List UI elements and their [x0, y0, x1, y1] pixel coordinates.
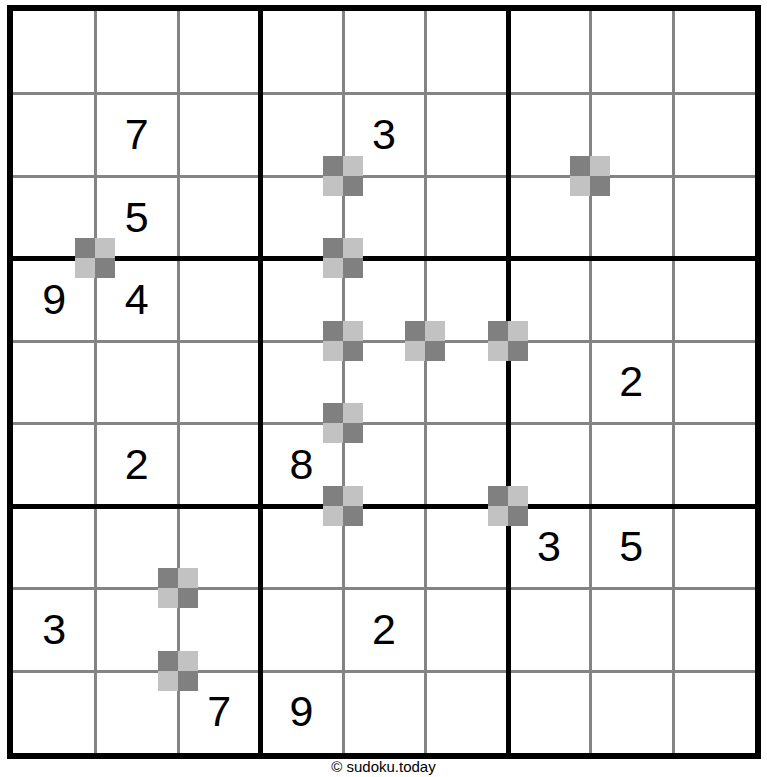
cell-r9c9[interactable] — [673, 671, 755, 753]
cell-r8c4[interactable] — [260, 588, 342, 670]
cell-r7c1[interactable] — [13, 506, 95, 588]
grid-line-vertical — [672, 11, 675, 753]
cell-r6c1[interactable] — [13, 423, 95, 505]
puzzle-page: 73594228353279 © sudoku.today — [0, 0, 767, 777]
grid-line-vertical — [424, 11, 427, 753]
marker-quad-top-left — [323, 238, 343, 258]
cell-r4c8[interactable] — [590, 258, 672, 340]
marker-quad-top-left — [323, 156, 343, 176]
marker-quad-bottom-right — [95, 258, 115, 278]
cell-r1c1[interactable] — [13, 11, 95, 93]
cell-r2c9[interactable] — [673, 93, 755, 175]
marker-quad-bottom-right — [343, 176, 363, 196]
cell-r1c8[interactable] — [590, 11, 672, 93]
cell-r1c9[interactable] — [673, 11, 755, 93]
cell-r3c6[interactable] — [425, 176, 507, 258]
cell-r3c3[interactable] — [178, 176, 260, 258]
marker-quad-bottom-left — [158, 588, 178, 608]
cell-r9c8[interactable] — [590, 671, 672, 753]
grid-line-horizontal — [13, 340, 755, 343]
cell-r5c3[interactable] — [178, 341, 260, 423]
cell-r1c3[interactable] — [178, 11, 260, 93]
marker-quad-top-right — [343, 321, 363, 341]
marker-quad-top-left — [405, 321, 425, 341]
battenburg-marker-r3c4 — [323, 238, 363, 278]
marker-quad-top-right — [95, 238, 115, 258]
marker-quad-top-right — [425, 321, 445, 341]
battenburg-marker-r5c4 — [323, 403, 363, 443]
cell-r7c9[interactable] — [673, 506, 755, 588]
marker-quad-bottom-left — [323, 176, 343, 196]
box-line-horizontal — [13, 256, 755, 261]
marker-quad-top-left — [323, 403, 343, 423]
sudoku-board: 73594228353279 — [7, 5, 761, 759]
cell-r6c9[interactable] — [673, 423, 755, 505]
grid-line-vertical — [342, 11, 345, 753]
marker-quad-top-right — [178, 651, 198, 671]
marker-quad-bottom-left — [488, 341, 508, 361]
cell-r7c8[interactable]: 5 — [590, 506, 672, 588]
marker-quad-bottom-right — [343, 506, 363, 526]
grid-line-horizontal — [13, 670, 755, 673]
battenburg-marker-r4c6 — [488, 321, 528, 361]
marker-quad-top-left — [75, 238, 95, 258]
cell-r5c1[interactable] — [13, 341, 95, 423]
grid-line-horizontal — [13, 92, 755, 95]
battenburg-marker-r6c4 — [323, 486, 363, 526]
grid-line-horizontal — [13, 175, 755, 178]
box-line-vertical — [506, 11, 511, 753]
marker-quad-bottom-right — [178, 671, 198, 691]
marker-quad-bottom-left — [488, 506, 508, 526]
cell-r2c3[interactable] — [178, 93, 260, 175]
cell-r4c9[interactable] — [673, 258, 755, 340]
grid-line-vertical — [589, 11, 592, 753]
battenburg-marker-r2c7 — [570, 156, 610, 196]
marker-quad-bottom-left — [323, 341, 343, 361]
marker-quad-bottom-left — [323, 258, 343, 278]
cell-r1c6[interactable] — [425, 11, 507, 93]
battenburg-marker-r2c4 — [323, 156, 363, 196]
marker-quad-top-right — [343, 486, 363, 506]
battenburg-marker-r7c2 — [158, 568, 198, 608]
cell-r2c2[interactable]: 7 — [95, 93, 177, 175]
battenburg-marker-r8c2 — [158, 651, 198, 691]
cell-r9c6[interactable] — [425, 671, 507, 753]
marker-quad-top-right — [343, 156, 363, 176]
cell-r9c7[interactable] — [508, 671, 590, 753]
marker-quad-bottom-right — [343, 258, 363, 278]
cell-r9c4[interactable]: 9 — [260, 671, 342, 753]
marker-quad-top-left — [158, 651, 178, 671]
marker-quad-top-left — [570, 156, 590, 176]
marker-quad-bottom-left — [323, 506, 343, 526]
cell-r2c1[interactable] — [13, 93, 95, 175]
cell-r6c2[interactable]: 2 — [95, 423, 177, 505]
cell-r6c8[interactable] — [590, 423, 672, 505]
battenburg-marker-r4c5 — [405, 321, 445, 361]
cell-r8c5[interactable]: 2 — [343, 588, 425, 670]
cell-r8c1[interactable]: 3 — [13, 588, 95, 670]
marker-quad-bottom-left — [570, 176, 590, 196]
cell-r2c6[interactable] — [425, 93, 507, 175]
cell-r8c8[interactable] — [590, 588, 672, 670]
cell-r4c3[interactable] — [178, 258, 260, 340]
marker-quad-bottom-right — [590, 176, 610, 196]
marker-quad-bottom-right — [425, 341, 445, 361]
cell-r3c9[interactable] — [673, 176, 755, 258]
battenburg-marker-r3c1 — [75, 238, 115, 278]
marker-quad-top-left — [323, 321, 343, 341]
marker-quad-bottom-left — [75, 258, 95, 278]
copyright-text: © sudoku.today — [0, 758, 767, 775]
marker-quad-bottom-left — [323, 423, 343, 443]
grid-line-vertical — [177, 11, 180, 753]
grid-line-horizontal — [13, 422, 755, 425]
marker-quad-bottom-right — [343, 423, 363, 443]
box-line-vertical — [258, 11, 263, 753]
cell-r5c2[interactable] — [95, 341, 177, 423]
marker-quad-bottom-right — [343, 341, 363, 361]
cell-r5c9[interactable] — [673, 341, 755, 423]
cell-r9c5[interactable] — [343, 671, 425, 753]
cell-r8c6[interactable] — [425, 588, 507, 670]
marker-quad-bottom-right — [508, 506, 528, 526]
marker-quad-top-left — [488, 321, 508, 341]
cell-r6c3[interactable] — [178, 423, 260, 505]
marker-quad-top-left — [158, 568, 178, 588]
grid-line-horizontal — [13, 587, 755, 590]
marker-quad-bottom-right — [508, 341, 528, 361]
cell-r1c2[interactable] — [95, 11, 177, 93]
cell-r9c1[interactable] — [13, 671, 95, 753]
marker-quad-top-left — [323, 486, 343, 506]
grid-line-vertical — [94, 11, 97, 753]
cell-r8c7[interactable] — [508, 588, 590, 670]
cell-grid: 73594228353279 — [13, 11, 755, 753]
battenburg-marker-r4c4 — [323, 321, 363, 361]
cell-r5c8[interactable]: 2 — [590, 341, 672, 423]
box-line-horizontal — [13, 504, 755, 509]
marker-quad-top-left — [488, 486, 508, 506]
marker-quad-top-right — [343, 238, 363, 258]
marker-quad-top-right — [178, 568, 198, 588]
marker-quad-top-right — [343, 403, 363, 423]
marker-quad-bottom-left — [405, 341, 425, 361]
cell-r8c9[interactable] — [673, 588, 755, 670]
marker-quad-top-right — [508, 321, 528, 341]
marker-quad-top-right — [590, 156, 610, 176]
cell-r1c4[interactable] — [260, 11, 342, 93]
marker-quad-top-right — [508, 486, 528, 506]
battenburg-marker-r6c6 — [488, 486, 528, 526]
cell-r1c5[interactable] — [343, 11, 425, 93]
marker-quad-bottom-left — [158, 671, 178, 691]
cell-r1c7[interactable] — [508, 11, 590, 93]
marker-quad-bottom-right — [178, 588, 198, 608]
